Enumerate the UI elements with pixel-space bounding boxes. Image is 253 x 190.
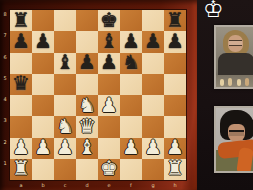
black-pawn-piece[interactable]: ♟	[166, 31, 184, 51]
square-c5[interactable]	[54, 74, 76, 95]
right-pane: ♔	[197, 0, 253, 190]
chess-board: ♜♚♜♟♟♝♟♟♟♝♟♟♞♛♞♟♞♛♟♟♟♝♟♟♟♜♚♜ 87654321 ab…	[0, 0, 197, 190]
square-h6[interactable]	[164, 53, 186, 74]
rank-label-1: 1	[0, 159, 10, 180]
file-labels: abcdefgh	[10, 180, 186, 190]
square-b6[interactable]	[32, 53, 54, 74]
white-pawn-piece[interactable]: ♟	[166, 137, 184, 157]
rank-label-3: 3	[0, 116, 10, 137]
black-queen-piece[interactable]: ♛	[12, 73, 30, 93]
board-grid: ♜♚♜♟♟♝♟♟♟♝♟♟♞♛♞♟♞♛♟♟♟♝♟♟♟♜♚♜	[10, 10, 186, 180]
black-king-piece[interactable]: ♚	[100, 10, 118, 30]
broadcast-frame: ♜♚♜♟♟♝♟♟♟♝♟♟♞♛♞♟♞♛♟♟♟♝♟♟♟♜♚♜ 87654321 ab…	[0, 0, 253, 190]
black-pawn-piece[interactable]: ♟	[144, 31, 162, 51]
square-g6[interactable]	[142, 53, 164, 74]
square-h4[interactable]	[164, 95, 186, 116]
white-rook-piece[interactable]: ♜	[12, 158, 30, 178]
rank-label-7: 7	[0, 31, 10, 52]
white-rook-piece[interactable]: ♜	[166, 158, 184, 178]
top-player-glasses	[229, 40, 242, 46]
file-label-e: e	[98, 183, 120, 188]
rank-label-8: 8	[0, 10, 10, 31]
square-f2[interactable]: ♟	[120, 138, 142, 159]
webcam-player-top	[214, 25, 253, 89]
white-pawn-piece[interactable]: ♟	[100, 95, 118, 115]
blurred-chess-piece	[220, 79, 224, 86]
square-b2[interactable]: ♟	[32, 138, 54, 159]
black-pawn-piece[interactable]: ♟	[34, 31, 52, 51]
white-bishop-piece[interactable]: ♝	[78, 137, 96, 157]
bottom-player-glasses	[229, 130, 244, 136]
square-d6[interactable]: ♟	[76, 53, 98, 74]
square-g5[interactable]	[142, 74, 164, 95]
square-e3[interactable]	[98, 116, 120, 137]
file-label-b: b	[32, 183, 54, 188]
square-c1[interactable]	[54, 159, 76, 180]
square-g4[interactable]	[142, 95, 164, 116]
square-a7[interactable]: ♟	[10, 31, 32, 52]
rank-label-5: 5	[0, 74, 10, 95]
square-c6[interactable]: ♝	[54, 53, 76, 74]
square-c2[interactable]: ♟	[54, 138, 76, 159]
square-e1[interactable]: ♚	[98, 159, 120, 180]
square-d2[interactable]: ♝	[76, 138, 98, 159]
square-b4[interactable]	[32, 95, 54, 116]
white-pawn-piece[interactable]: ♟	[122, 137, 140, 157]
white-king-piece[interactable]: ♚	[100, 158, 118, 178]
file-label-f: f	[120, 183, 142, 188]
square-h7[interactable]: ♟	[164, 31, 186, 52]
square-e6[interactable]: ♟	[98, 53, 120, 74]
black-knight-piece[interactable]: ♞	[122, 52, 140, 72]
webcam-player-bottom	[214, 106, 253, 173]
square-a5[interactable]: ♛	[10, 74, 32, 95]
square-f6[interactable]: ♞	[120, 53, 142, 74]
white-pawn-piece[interactable]: ♟	[12, 137, 30, 157]
black-pawn-piece[interactable]: ♟	[122, 31, 140, 51]
white-king-indicator-icon: ♔	[203, 0, 224, 21]
file-label-h: h	[164, 183, 186, 188]
blurred-chess-piece	[228, 78, 232, 86]
bottom-player-scarf	[236, 147, 253, 173]
square-g1[interactable]	[142, 159, 164, 180]
white-knight-piece[interactable]: ♞	[78, 95, 96, 115]
square-h1[interactable]: ♜	[164, 159, 186, 180]
white-pawn-piece[interactable]: ♟	[56, 137, 74, 157]
rank-labels: 87654321	[0, 10, 10, 180]
file-label-g: g	[142, 183, 164, 188]
square-e4[interactable]: ♟	[98, 95, 120, 116]
square-f4[interactable]	[120, 95, 142, 116]
square-h5[interactable]	[164, 74, 186, 95]
black-rook-piece[interactable]: ♜	[166, 10, 184, 30]
black-bishop-piece[interactable]: ♝	[100, 31, 118, 51]
square-f5[interactable]	[120, 74, 142, 95]
rank-label-2: 2	[0, 138, 10, 159]
square-d1[interactable]	[76, 159, 98, 180]
square-c8[interactable]	[54, 10, 76, 31]
square-f1[interactable]	[120, 159, 142, 180]
square-g2[interactable]: ♟	[142, 138, 164, 159]
rank-label-6: 6	[0, 53, 10, 74]
white-pawn-piece[interactable]: ♟	[34, 137, 52, 157]
white-knight-piece[interactable]: ♞	[56, 116, 74, 136]
square-g7[interactable]: ♟	[142, 31, 164, 52]
blurred-chess-piece	[237, 79, 241, 86]
square-a4[interactable]	[10, 95, 32, 116]
white-pawn-piece[interactable]: ♟	[144, 137, 162, 157]
blurred-chess-piece	[245, 78, 249, 86]
square-b7[interactable]: ♟	[32, 31, 54, 52]
black-pawn-piece[interactable]: ♟	[100, 52, 118, 72]
square-b1[interactable]	[32, 159, 54, 180]
file-label-c: c	[54, 183, 76, 188]
rank-label-4: 4	[0, 95, 10, 116]
file-label-a: a	[10, 183, 32, 188]
white-queen-piece[interactable]: ♛	[78, 116, 96, 136]
file-label-d: d	[76, 183, 98, 188]
square-b5[interactable]	[32, 74, 54, 95]
black-pawn-piece[interactable]: ♟	[78, 52, 96, 72]
top-player-torso	[218, 53, 253, 77]
black-pawn-piece[interactable]: ♟	[12, 31, 30, 51]
square-a1[interactable]: ♜	[10, 159, 32, 180]
black-rook-piece[interactable]: ♜	[12, 10, 30, 30]
black-bishop-piece[interactable]: ♝	[56, 52, 74, 72]
square-d8[interactable]	[76, 10, 98, 31]
